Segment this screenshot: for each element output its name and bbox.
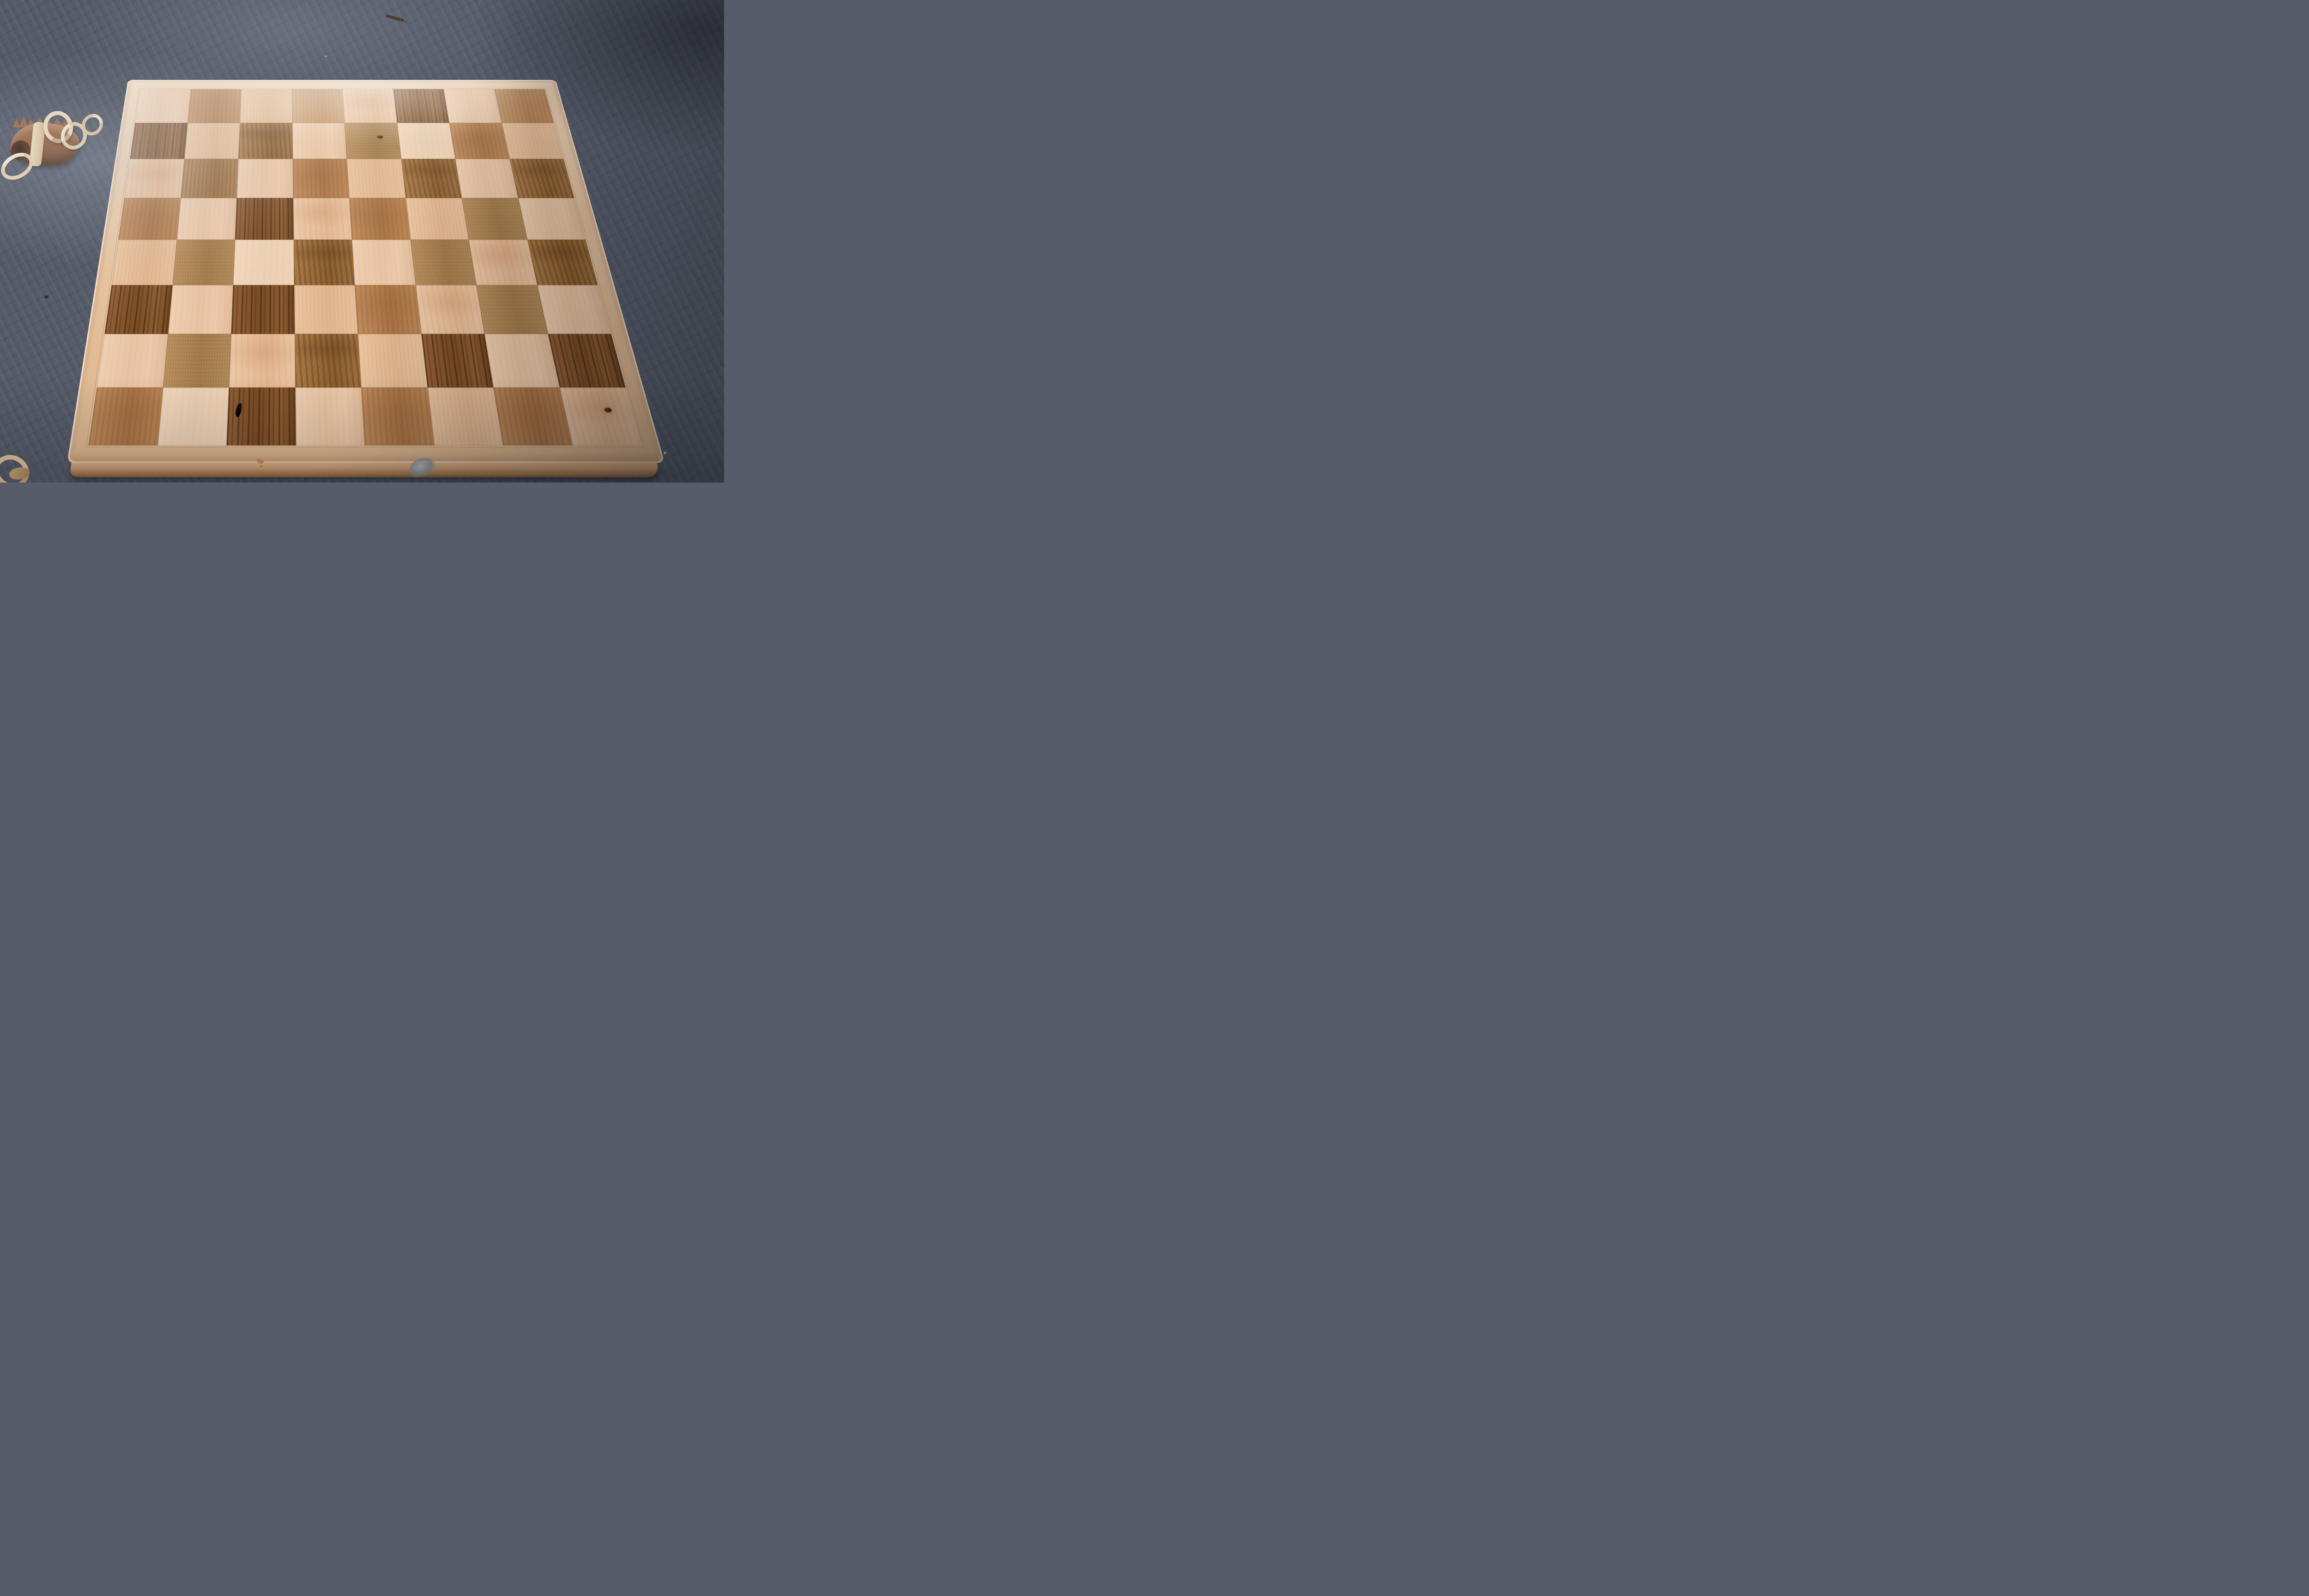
square-f8[interactable] xyxy=(393,89,449,123)
square-c3[interactable] xyxy=(231,285,295,334)
square-e6[interactable] xyxy=(347,159,405,198)
square-f6[interactable] xyxy=(401,159,461,198)
square-c6[interactable] xyxy=(237,159,293,198)
square-h3[interactable] xyxy=(537,285,611,334)
square-e7[interactable] xyxy=(345,123,401,159)
square-h6[interactable] xyxy=(509,159,574,198)
square-c7[interactable] xyxy=(238,123,292,159)
square-d5[interactable] xyxy=(293,198,352,240)
square-b8[interactable] xyxy=(187,89,241,123)
square-e1[interactable] xyxy=(361,387,434,446)
square-f4[interactable] xyxy=(411,240,477,285)
square-c4[interactable] xyxy=(233,240,294,285)
square-g7[interactable] xyxy=(449,123,509,159)
square-c8[interactable] xyxy=(240,89,292,123)
square-a4[interactable] xyxy=(112,240,177,285)
wood-shavings xyxy=(4,110,103,175)
square-a2[interactable] xyxy=(97,334,168,387)
square-a8[interactable] xyxy=(135,89,191,123)
square-g8[interactable] xyxy=(444,89,502,123)
square-g1[interactable] xyxy=(493,387,572,446)
square-a1[interactable] xyxy=(88,387,163,446)
square-c5[interactable] xyxy=(235,198,294,240)
square-e4[interactable] xyxy=(352,240,416,285)
square-d8[interactable] xyxy=(292,89,345,123)
square-f3[interactable] xyxy=(416,285,484,334)
square-g2[interactable] xyxy=(484,334,559,387)
square-b5[interactable] xyxy=(177,198,237,240)
square-b6[interactable] xyxy=(181,159,238,198)
deck-speck xyxy=(325,55,327,57)
square-a5[interactable] xyxy=(118,198,181,240)
square-h8[interactable] xyxy=(494,89,554,123)
square-f7[interactable] xyxy=(397,123,455,159)
square-c2[interactable] xyxy=(229,334,295,387)
square-d7[interactable] xyxy=(292,123,347,159)
square-h4[interactable] xyxy=(527,240,598,285)
square-d3[interactable] xyxy=(294,285,358,334)
square-a7[interactable] xyxy=(130,123,187,159)
square-e8[interactable] xyxy=(342,89,397,123)
square-e2[interactable] xyxy=(358,334,427,387)
square-a3[interactable] xyxy=(104,285,172,334)
deck-knot xyxy=(44,296,48,298)
square-d2[interactable] xyxy=(295,334,361,387)
square-b2[interactable] xyxy=(163,334,231,387)
square-f5[interactable] xyxy=(405,198,469,240)
square-g6[interactable] xyxy=(455,159,518,198)
square-b1[interactable] xyxy=(157,387,229,446)
square-c1[interactable] xyxy=(227,387,296,446)
square-b7[interactable] xyxy=(184,123,240,159)
square-h5[interactable] xyxy=(518,198,586,240)
square-d1[interactable] xyxy=(295,387,365,446)
square-e3[interactable] xyxy=(355,285,421,334)
square-h7[interactable] xyxy=(502,123,564,159)
square-a6[interactable] xyxy=(124,159,184,198)
square-h1[interactable] xyxy=(559,387,641,446)
photo-scene xyxy=(0,0,724,483)
square-g5[interactable] xyxy=(462,198,527,240)
square-f2[interactable] xyxy=(421,334,493,387)
square-g3[interactable] xyxy=(476,285,548,334)
square-e5[interactable] xyxy=(349,198,410,240)
square-d4[interactable] xyxy=(294,240,355,285)
square-g4[interactable] xyxy=(469,240,537,285)
board-grid xyxy=(88,89,641,446)
square-d6[interactable] xyxy=(293,159,350,198)
square-h2[interactable] xyxy=(548,334,625,387)
corner-shaving xyxy=(0,452,35,483)
square-b3[interactable] xyxy=(168,285,233,334)
square-b4[interactable] xyxy=(172,240,235,285)
square-f1[interactable] xyxy=(427,387,503,446)
